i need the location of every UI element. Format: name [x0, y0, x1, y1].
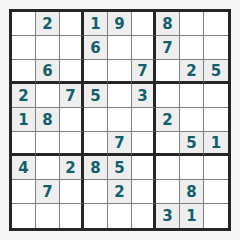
- cell-r4c5[interactable]: [108, 84, 132, 108]
- cell-r3c1[interactable]: [12, 60, 36, 84]
- cell-r4c7[interactable]: [156, 84, 180, 108]
- cell-r6c4[interactable]: [84, 132, 108, 156]
- cell-r6c2[interactable]: [36, 132, 60, 156]
- cell-r3c9[interactable]: 5: [204, 60, 228, 84]
- cell-r4c4[interactable]: 5: [84, 84, 108, 108]
- cell-r7c2[interactable]: [36, 156, 60, 180]
- cell-r9c8[interactable]: 1: [180, 204, 204, 228]
- cell-r7c4[interactable]: 8: [84, 156, 108, 180]
- cell-r6c7[interactable]: [156, 132, 180, 156]
- cell-r4c8[interactable]: [180, 84, 204, 108]
- cell-r4c6[interactable]: 3: [132, 84, 156, 108]
- cell-r5c4[interactable]: [84, 108, 108, 132]
- cell-r5c8[interactable]: [180, 108, 204, 132]
- cell-r9c3[interactable]: [60, 204, 84, 228]
- cell-r3c5[interactable]: [108, 60, 132, 84]
- cell-r8c2[interactable]: 7: [36, 180, 60, 204]
- sudoku-board: 21986767252753182751428572831: [9, 9, 231, 231]
- cell-r9c5[interactable]: [108, 204, 132, 228]
- cell-r4c9[interactable]: [204, 84, 228, 108]
- cell-r3c8[interactable]: 2: [180, 60, 204, 84]
- cell-r2c5[interactable]: [108, 36, 132, 60]
- cell-r5c1[interactable]: 1: [12, 108, 36, 132]
- cell-r6c6[interactable]: [132, 132, 156, 156]
- cell-r3c4[interactable]: [84, 60, 108, 84]
- cell-r8c1[interactable]: [12, 180, 36, 204]
- cell-r2c8[interactable]: [180, 36, 204, 60]
- cell-r3c7[interactable]: [156, 60, 180, 84]
- cell-r7c9[interactable]: [204, 156, 228, 180]
- cell-r6c8[interactable]: 5: [180, 132, 204, 156]
- cell-r8c6[interactable]: [132, 180, 156, 204]
- cell-r9c4[interactable]: [84, 204, 108, 228]
- cell-r5c5[interactable]: [108, 108, 132, 132]
- cell-r2c6[interactable]: [132, 36, 156, 60]
- cell-r6c9[interactable]: 1: [204, 132, 228, 156]
- cell-r5c3[interactable]: [60, 108, 84, 132]
- cell-r1c7[interactable]: 8: [156, 12, 180, 36]
- cell-r1c2[interactable]: 2: [36, 12, 60, 36]
- cell-r1c3[interactable]: [60, 12, 84, 36]
- cell-r9c2[interactable]: [36, 204, 60, 228]
- cell-r7c1[interactable]: 4: [12, 156, 36, 180]
- cell-r6c1[interactable]: [12, 132, 36, 156]
- cell-r1c5[interactable]: 9: [108, 12, 132, 36]
- cell-r2c7[interactable]: 7: [156, 36, 180, 60]
- cell-r5c9[interactable]: [204, 108, 228, 132]
- cell-r4c3[interactable]: 7: [60, 84, 84, 108]
- cell-r7c8[interactable]: [180, 156, 204, 180]
- cell-r1c9[interactable]: [204, 12, 228, 36]
- cell-r3c3[interactable]: [60, 60, 84, 84]
- cell-r6c5[interactable]: 7: [108, 132, 132, 156]
- cell-r5c6[interactable]: [132, 108, 156, 132]
- cell-r8c3[interactable]: [60, 180, 84, 204]
- cell-r1c8[interactable]: [180, 12, 204, 36]
- cell-r4c1[interactable]: 2: [12, 84, 36, 108]
- cell-r1c4[interactable]: 1: [84, 12, 108, 36]
- cell-r2c3[interactable]: [60, 36, 84, 60]
- cell-r7c5[interactable]: 5: [108, 156, 132, 180]
- cell-r8c4[interactable]: [84, 180, 108, 204]
- cell-r2c9[interactable]: [204, 36, 228, 60]
- cell-r2c1[interactable]: [12, 36, 36, 60]
- cell-r3c2[interactable]: 6: [36, 60, 60, 84]
- cell-r9c9[interactable]: [204, 204, 228, 228]
- cell-r7c7[interactable]: [156, 156, 180, 180]
- cell-r4c2[interactable]: [36, 84, 60, 108]
- cell-r8c8[interactable]: 8: [180, 180, 204, 204]
- cell-r6c3[interactable]: [60, 132, 84, 156]
- cell-r9c1[interactable]: [12, 204, 36, 228]
- cell-r5c2[interactable]: 8: [36, 108, 60, 132]
- cell-r9c6[interactable]: [132, 204, 156, 228]
- cell-r8c5[interactable]: 2: [108, 180, 132, 204]
- cell-r8c7[interactable]: [156, 180, 180, 204]
- cell-r1c1[interactable]: [12, 12, 36, 36]
- cell-r2c4[interactable]: 6: [84, 36, 108, 60]
- cell-r7c3[interactable]: 2: [60, 156, 84, 180]
- cell-r7c6[interactable]: [132, 156, 156, 180]
- cell-r2c2[interactable]: [36, 36, 60, 60]
- cell-r1c6[interactable]: [132, 12, 156, 36]
- cell-r9c7[interactable]: 3: [156, 204, 180, 228]
- cell-r5c7[interactable]: 2: [156, 108, 180, 132]
- cell-r3c6[interactable]: 7: [132, 60, 156, 84]
- cell-r8c9[interactable]: [204, 180, 228, 204]
